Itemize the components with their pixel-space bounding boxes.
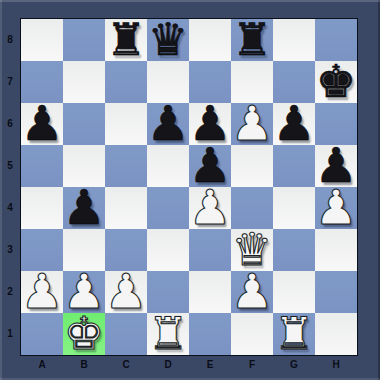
square-e3[interactable] <box>189 229 231 271</box>
square-f1[interactable] <box>231 313 273 355</box>
square-g5[interactable] <box>273 145 315 187</box>
square-c2[interactable]: ♟ <box>105 271 147 313</box>
black-pawn-a6[interactable]: ♟ <box>20 99 63 147</box>
square-h3[interactable] <box>315 229 357 271</box>
square-d4[interactable] <box>147 187 189 229</box>
square-a8[interactable] <box>21 19 63 61</box>
square-a5[interactable] <box>21 145 63 187</box>
white-pawn-f2[interactable]: ♟ <box>230 267 273 315</box>
square-b1[interactable]: ♚ <box>63 313 105 355</box>
square-d8[interactable]: ♛ <box>147 19 189 61</box>
rank-label-7: 7 <box>0 61 20 103</box>
white-pawn-a2[interactable]: ♟ <box>20 267 63 315</box>
square-h7[interactable]: ♚ <box>315 61 357 103</box>
file-label-g: G <box>273 356 315 376</box>
rank-label-5: 5 <box>0 145 20 187</box>
black-pawn-d6[interactable]: ♟ <box>146 99 189 147</box>
square-f2[interactable]: ♟ <box>231 271 273 313</box>
square-g1[interactable]: ♜ <box>273 313 315 355</box>
white-rook-d1[interactable]: ♜ <box>148 311 188 356</box>
square-b8[interactable] <box>63 19 105 61</box>
square-e4[interactable]: ♟ <box>189 187 231 229</box>
black-pawn-b4[interactable]: ♟ <box>62 183 105 231</box>
file-label-b: B <box>63 356 105 376</box>
square-f6[interactable]: ♟ <box>231 103 273 145</box>
square-a2[interactable]: ♟ <box>21 271 63 313</box>
square-b4[interactable]: ♟ <box>63 187 105 229</box>
rank-label-3: 3 <box>0 229 20 271</box>
square-b6[interactable] <box>63 103 105 145</box>
square-g3[interactable] <box>273 229 315 271</box>
white-pawn-c2[interactable]: ♟ <box>104 267 147 315</box>
square-c6[interactable] <box>105 103 147 145</box>
square-g6[interactable]: ♟ <box>273 103 315 145</box>
rank-label-4: 4 <box>0 187 20 229</box>
square-f8[interactable]: ♜ <box>231 19 273 61</box>
square-d6[interactable]: ♟ <box>147 103 189 145</box>
white-pawn-f6[interactable]: ♟ <box>230 99 273 147</box>
black-rook-f8[interactable]: ♜ <box>232 17 272 62</box>
square-a6[interactable]: ♟ <box>21 103 63 145</box>
square-h4[interactable]: ♟ <box>315 187 357 229</box>
square-c1[interactable] <box>105 313 147 355</box>
square-g8[interactable] <box>273 19 315 61</box>
rank-label-6: 6 <box>0 103 20 145</box>
square-e2[interactable] <box>189 271 231 313</box>
square-g4[interactable] <box>273 187 315 229</box>
square-c4[interactable] <box>105 187 147 229</box>
black-rook-c8[interactable]: ♜ <box>106 17 146 62</box>
black-king-h7[interactable]: ♚ <box>316 59 356 104</box>
file-label-c: C <box>105 356 147 376</box>
square-b7[interactable] <box>63 61 105 103</box>
rank-label-8: 8 <box>0 19 20 61</box>
black-pawn-g6[interactable]: ♟ <box>272 99 315 147</box>
white-pawn-e4[interactable]: ♟ <box>188 183 231 231</box>
square-a1[interactable] <box>21 313 63 355</box>
board[interactable]: ♜♛♜♚♟♟♟♟♟♟♟♟♟♟♛♟♟♟♟♚♜♜ <box>20 18 358 356</box>
square-d3[interactable] <box>147 229 189 271</box>
chess-board-frame: 87654321 ♜♛♜♚♟♟♟♟♟♟♟♟♟♟♛♟♟♟♟♚♜♜ ABCDEFGH <box>0 0 380 380</box>
black-queen-d8[interactable]: ♛ <box>148 17 188 62</box>
rank-label-1: 1 <box>0 313 20 355</box>
square-c5[interactable] <box>105 145 147 187</box>
square-f5[interactable] <box>231 145 273 187</box>
file-labels: ABCDEFGH <box>21 356 357 380</box>
white-rook-g1[interactable]: ♜ <box>274 311 314 356</box>
square-e1[interactable] <box>189 313 231 355</box>
square-h1[interactable] <box>315 313 357 355</box>
square-c7[interactable] <box>105 61 147 103</box>
white-pawn-h4[interactable]: ♟ <box>314 183 357 231</box>
square-c8[interactable]: ♜ <box>105 19 147 61</box>
rank-label-2: 2 <box>0 271 20 313</box>
file-label-e: E <box>189 356 231 376</box>
square-h2[interactable] <box>315 271 357 313</box>
square-d5[interactable] <box>147 145 189 187</box>
file-label-f: F <box>231 356 273 376</box>
rank-labels: 87654321 <box>0 19 20 355</box>
square-a4[interactable] <box>21 187 63 229</box>
white-king-b1[interactable]: ♚ <box>64 311 104 356</box>
file-label-a: A <box>21 356 63 376</box>
file-label-h: H <box>315 356 357 376</box>
square-e8[interactable] <box>189 19 231 61</box>
file-label-d: D <box>147 356 189 376</box>
square-d1[interactable]: ♜ <box>147 313 189 355</box>
